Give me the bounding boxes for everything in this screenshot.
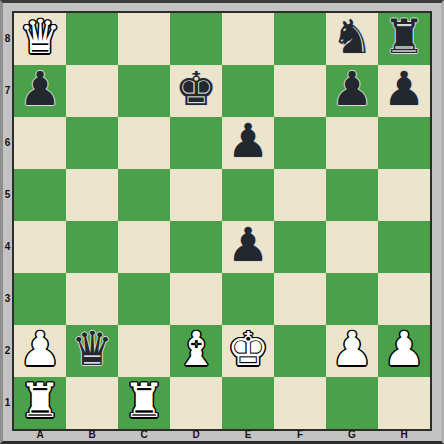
square-b2[interactable]: ♛ (66, 325, 118, 377)
square-g4[interactable] (326, 221, 378, 273)
file-label-g: G (326, 429, 378, 442)
square-c3[interactable] (118, 273, 170, 325)
square-d8[interactable] (170, 13, 222, 65)
square-d6[interactable] (170, 117, 222, 169)
file-label-b: B (66, 429, 118, 442)
square-b1[interactable] (66, 377, 118, 429)
square-a4[interactable] (14, 221, 66, 273)
square-f3[interactable] (274, 273, 326, 325)
square-e7[interactable] (222, 65, 274, 117)
piece-white-king-e2[interactable]: ♚ (227, 323, 269, 375)
square-a6[interactable] (14, 117, 66, 169)
square-c7[interactable] (118, 65, 170, 117)
rank-label-4: 4 (3, 221, 12, 273)
square-a5[interactable] (14, 169, 66, 221)
piece-white-bishop-d2[interactable]: ♝ (175, 323, 217, 375)
piece-black-pawn-e4[interactable]: ♟ (227, 219, 269, 271)
file-label-f: F (274, 429, 326, 442)
piece-black-pawn-a7[interactable]: ♟ (19, 63, 61, 115)
piece-white-rook-a1[interactable]: ♜ (19, 375, 61, 427)
square-h7[interactable]: ♟ (378, 65, 430, 117)
piece-black-knight-g8[interactable]: ♞ (331, 11, 373, 63)
square-f6[interactable] (274, 117, 326, 169)
file-label-h: H (378, 429, 430, 442)
square-b8[interactable] (66, 13, 118, 65)
file-label-a: A (14, 429, 66, 442)
square-e5[interactable] (222, 169, 274, 221)
square-g5[interactable] (326, 169, 378, 221)
square-e2[interactable]: ♚ (222, 325, 274, 377)
square-f1[interactable] (274, 377, 326, 429)
square-c6[interactable] (118, 117, 170, 169)
square-d3[interactable] (170, 273, 222, 325)
square-h6[interactable] (378, 117, 430, 169)
piece-white-pawn-h2[interactable]: ♟ (383, 323, 425, 375)
square-c4[interactable] (118, 221, 170, 273)
file-labels: ABCDEFGH (14, 429, 430, 442)
rank-label-7: 7 (3, 65, 12, 117)
square-f5[interactable] (274, 169, 326, 221)
square-a8[interactable]: ♛ (14, 13, 66, 65)
square-g6[interactable] (326, 117, 378, 169)
square-a3[interactable] (14, 273, 66, 325)
rank-label-5: 5 (3, 169, 12, 221)
square-d5[interactable] (170, 169, 222, 221)
piece-white-rook-c1[interactable]: ♜ (123, 375, 165, 427)
piece-white-pawn-g2[interactable]: ♟ (331, 323, 373, 375)
square-d2[interactable]: ♝ (170, 325, 222, 377)
square-b7[interactable] (66, 65, 118, 117)
square-c5[interactable] (118, 169, 170, 221)
piece-black-pawn-h7[interactable]: ♟ (383, 63, 425, 115)
square-g2[interactable]: ♟ (326, 325, 378, 377)
square-c2[interactable] (118, 325, 170, 377)
square-c8[interactable] (118, 13, 170, 65)
file-label-e: E (222, 429, 274, 442)
square-d7[interactable]: ♚ (170, 65, 222, 117)
square-e8[interactable] (222, 13, 274, 65)
rank-label-2: 2 (3, 325, 12, 377)
piece-white-queen-a8[interactable]: ♛ (19, 11, 61, 63)
square-f2[interactable] (274, 325, 326, 377)
square-f7[interactable] (274, 65, 326, 117)
square-h4[interactable] (378, 221, 430, 273)
square-h8[interactable]: ♜ (378, 13, 430, 65)
square-g3[interactable] (326, 273, 378, 325)
chess-board[interactable]: ♛♞♜♟♚♟♟♟♟♟♛♝♚♟♟♜♜ (12, 11, 432, 431)
square-h1[interactable] (378, 377, 430, 429)
rank-labels: 87654321 (3, 13, 12, 429)
square-f4[interactable] (274, 221, 326, 273)
piece-white-pawn-a2[interactable]: ♟ (19, 323, 61, 375)
square-g8[interactable]: ♞ (326, 13, 378, 65)
square-d4[interactable] (170, 221, 222, 273)
rank-label-8: 8 (3, 13, 12, 65)
square-b5[interactable] (66, 169, 118, 221)
square-b6[interactable] (66, 117, 118, 169)
square-e3[interactable] (222, 273, 274, 325)
piece-black-king-d7[interactable]: ♚ (175, 63, 217, 115)
square-g7[interactable]: ♟ (326, 65, 378, 117)
square-b3[interactable] (66, 273, 118, 325)
file-label-c: C (118, 429, 170, 442)
square-c1[interactable]: ♜ (118, 377, 170, 429)
board-frame: 87654321 ♛♞♜♟♚♟♟♟♟♟♛♝♚♟♟♜♜ ABCDEFGH (0, 0, 444, 444)
square-g1[interactable] (326, 377, 378, 429)
square-h3[interactable] (378, 273, 430, 325)
square-f8[interactable] (274, 13, 326, 65)
square-d1[interactable] (170, 377, 222, 429)
square-h5[interactable] (378, 169, 430, 221)
piece-black-pawn-e6[interactable]: ♟ (227, 115, 269, 167)
square-e1[interactable] (222, 377, 274, 429)
rank-label-1: 1 (3, 377, 12, 429)
piece-black-queen-b2[interactable]: ♛ (71, 323, 113, 375)
square-h2[interactable]: ♟ (378, 325, 430, 377)
square-a1[interactable]: ♜ (14, 377, 66, 429)
square-a2[interactable]: ♟ (14, 325, 66, 377)
square-a7[interactable]: ♟ (14, 65, 66, 117)
square-e4[interactable]: ♟ (222, 221, 274, 273)
rank-label-3: 3 (3, 273, 12, 325)
piece-black-pawn-g7[interactable]: ♟ (331, 63, 373, 115)
file-label-d: D (170, 429, 222, 442)
rank-label-6: 6 (3, 117, 12, 169)
square-b4[interactable] (66, 221, 118, 273)
piece-black-rook-h8[interactable]: ♜ (383, 11, 425, 63)
square-e6[interactable]: ♟ (222, 117, 274, 169)
